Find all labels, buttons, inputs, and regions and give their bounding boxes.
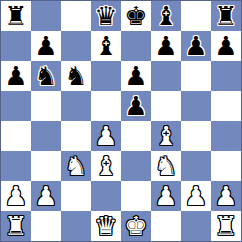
square-h7[interactable]: ♟ bbox=[211, 31, 241, 61]
piece-white-knight-icon: ♞ bbox=[154, 151, 177, 181]
square-a6[interactable]: ♟ bbox=[1, 61, 31, 91]
piece-white-rook-icon: ♜ bbox=[214, 211, 237, 241]
square-f1[interactable] bbox=[151, 211, 181, 241]
piece-white-bishop-icon: ♝ bbox=[94, 151, 117, 181]
piece-white-pawn-icon: ♟ bbox=[184, 181, 207, 211]
square-f2[interactable]: ♟ bbox=[151, 181, 181, 211]
piece-black-rook-icon: ♜ bbox=[4, 1, 27, 31]
square-g7[interactable]: ♟ bbox=[181, 31, 211, 61]
square-f6[interactable] bbox=[151, 61, 181, 91]
square-c1[interactable] bbox=[61, 211, 91, 241]
square-h6[interactable] bbox=[211, 61, 241, 91]
square-c8[interactable] bbox=[61, 1, 91, 31]
piece-black-pawn-icon: ♟ bbox=[184, 31, 207, 61]
square-g8[interactable] bbox=[181, 1, 211, 31]
square-a5[interactable] bbox=[1, 91, 31, 121]
square-e8[interactable]: ♚ bbox=[121, 1, 151, 31]
piece-white-pawn-icon: ♟ bbox=[4, 181, 27, 211]
piece-black-knight-icon: ♞ bbox=[64, 61, 87, 91]
piece-white-queen-icon: ♛ bbox=[94, 211, 117, 241]
square-d6[interactable] bbox=[91, 61, 121, 91]
square-h3[interactable] bbox=[211, 151, 241, 181]
square-e7[interactable] bbox=[121, 31, 151, 61]
square-d7[interactable]: ♝ bbox=[91, 31, 121, 61]
piece-black-pawn-icon: ♟ bbox=[214, 31, 237, 61]
square-f5[interactable] bbox=[151, 91, 181, 121]
square-c4[interactable] bbox=[61, 121, 91, 151]
piece-white-bishop-icon: ♝ bbox=[154, 121, 177, 151]
piece-black-pawn-icon: ♟ bbox=[4, 61, 27, 91]
square-b8[interactable] bbox=[31, 1, 61, 31]
square-g6[interactable] bbox=[181, 61, 211, 91]
square-c2[interactable] bbox=[61, 181, 91, 211]
piece-black-king-icon: ♚ bbox=[124, 1, 147, 31]
piece-black-pawn-icon: ♟ bbox=[154, 31, 177, 61]
square-d3[interactable]: ♝ bbox=[91, 151, 121, 181]
square-b3[interactable] bbox=[31, 151, 61, 181]
square-b7[interactable]: ♟ bbox=[31, 31, 61, 61]
piece-black-queen-icon: ♛ bbox=[94, 1, 117, 31]
chess-board: ♜♛♚♝♜♟♝♟♟♟♟♞♞♟♟♟♝♞♝♞♟♟♟♟♟♜♛♚♜ bbox=[0, 0, 242, 242]
square-f7[interactable]: ♟ bbox=[151, 31, 181, 61]
square-d1[interactable]: ♛ bbox=[91, 211, 121, 241]
square-g1[interactable] bbox=[181, 211, 211, 241]
square-c6[interactable]: ♞ bbox=[61, 61, 91, 91]
piece-black-knight-icon: ♞ bbox=[34, 61, 57, 91]
piece-black-bishop-icon: ♝ bbox=[94, 31, 117, 61]
square-g5[interactable] bbox=[181, 91, 211, 121]
square-e5[interactable]: ♟ bbox=[121, 91, 151, 121]
piece-white-knight-icon: ♞ bbox=[64, 151, 87, 181]
piece-white-pawn-icon: ♟ bbox=[94, 121, 117, 151]
square-b2[interactable]: ♟ bbox=[31, 181, 61, 211]
piece-black-pawn-icon: ♟ bbox=[124, 91, 147, 121]
square-a7[interactable] bbox=[1, 31, 31, 61]
square-e2[interactable] bbox=[121, 181, 151, 211]
square-a2[interactable]: ♟ bbox=[1, 181, 31, 211]
piece-white-pawn-icon: ♟ bbox=[34, 181, 57, 211]
piece-black-pawn-icon: ♟ bbox=[34, 31, 57, 61]
square-a3[interactable] bbox=[1, 151, 31, 181]
square-h2[interactable]: ♟ bbox=[211, 181, 241, 211]
piece-white-pawn-icon: ♟ bbox=[214, 181, 237, 211]
square-f3[interactable]: ♞ bbox=[151, 151, 181, 181]
square-b1[interactable] bbox=[31, 211, 61, 241]
square-a1[interactable]: ♜ bbox=[1, 211, 31, 241]
square-f8[interactable]: ♝ bbox=[151, 1, 181, 31]
square-h1[interactable]: ♜ bbox=[211, 211, 241, 241]
square-b5[interactable] bbox=[31, 91, 61, 121]
square-h4[interactable] bbox=[211, 121, 241, 151]
square-d5[interactable] bbox=[91, 91, 121, 121]
square-a4[interactable] bbox=[1, 121, 31, 151]
piece-black-rook-icon: ♜ bbox=[214, 1, 237, 31]
square-c5[interactable] bbox=[61, 91, 91, 121]
square-e1[interactable]: ♚ bbox=[121, 211, 151, 241]
square-e6[interactable]: ♟ bbox=[121, 61, 151, 91]
chess-board-container: ♜♛♚♝♜♟♝♟♟♟♟♞♞♟♟♟♝♞♝♞♟♟♟♟♟♜♛♚♜ bbox=[0, 0, 242, 242]
square-a8[interactable]: ♜ bbox=[1, 1, 31, 31]
square-e3[interactable] bbox=[121, 151, 151, 181]
square-e4[interactable] bbox=[121, 121, 151, 151]
square-h5[interactable] bbox=[211, 91, 241, 121]
square-f4[interactable]: ♝ bbox=[151, 121, 181, 151]
square-d2[interactable] bbox=[91, 181, 121, 211]
square-g4[interactable] bbox=[181, 121, 211, 151]
square-b6[interactable]: ♞ bbox=[31, 61, 61, 91]
piece-white-king-icon: ♚ bbox=[124, 211, 147, 241]
piece-white-pawn-icon: ♟ bbox=[154, 181, 177, 211]
piece-black-pawn-icon: ♟ bbox=[124, 61, 147, 91]
square-b4[interactable] bbox=[31, 121, 61, 151]
square-d4[interactable]: ♟ bbox=[91, 121, 121, 151]
square-c7[interactable] bbox=[61, 31, 91, 61]
piece-black-bishop-icon: ♝ bbox=[154, 1, 177, 31]
square-g3[interactable] bbox=[181, 151, 211, 181]
square-h8[interactable]: ♜ bbox=[211, 1, 241, 31]
square-c3[interactable]: ♞ bbox=[61, 151, 91, 181]
piece-white-rook-icon: ♜ bbox=[4, 211, 27, 241]
square-g2[interactable]: ♟ bbox=[181, 181, 211, 211]
square-d8[interactable]: ♛ bbox=[91, 1, 121, 31]
